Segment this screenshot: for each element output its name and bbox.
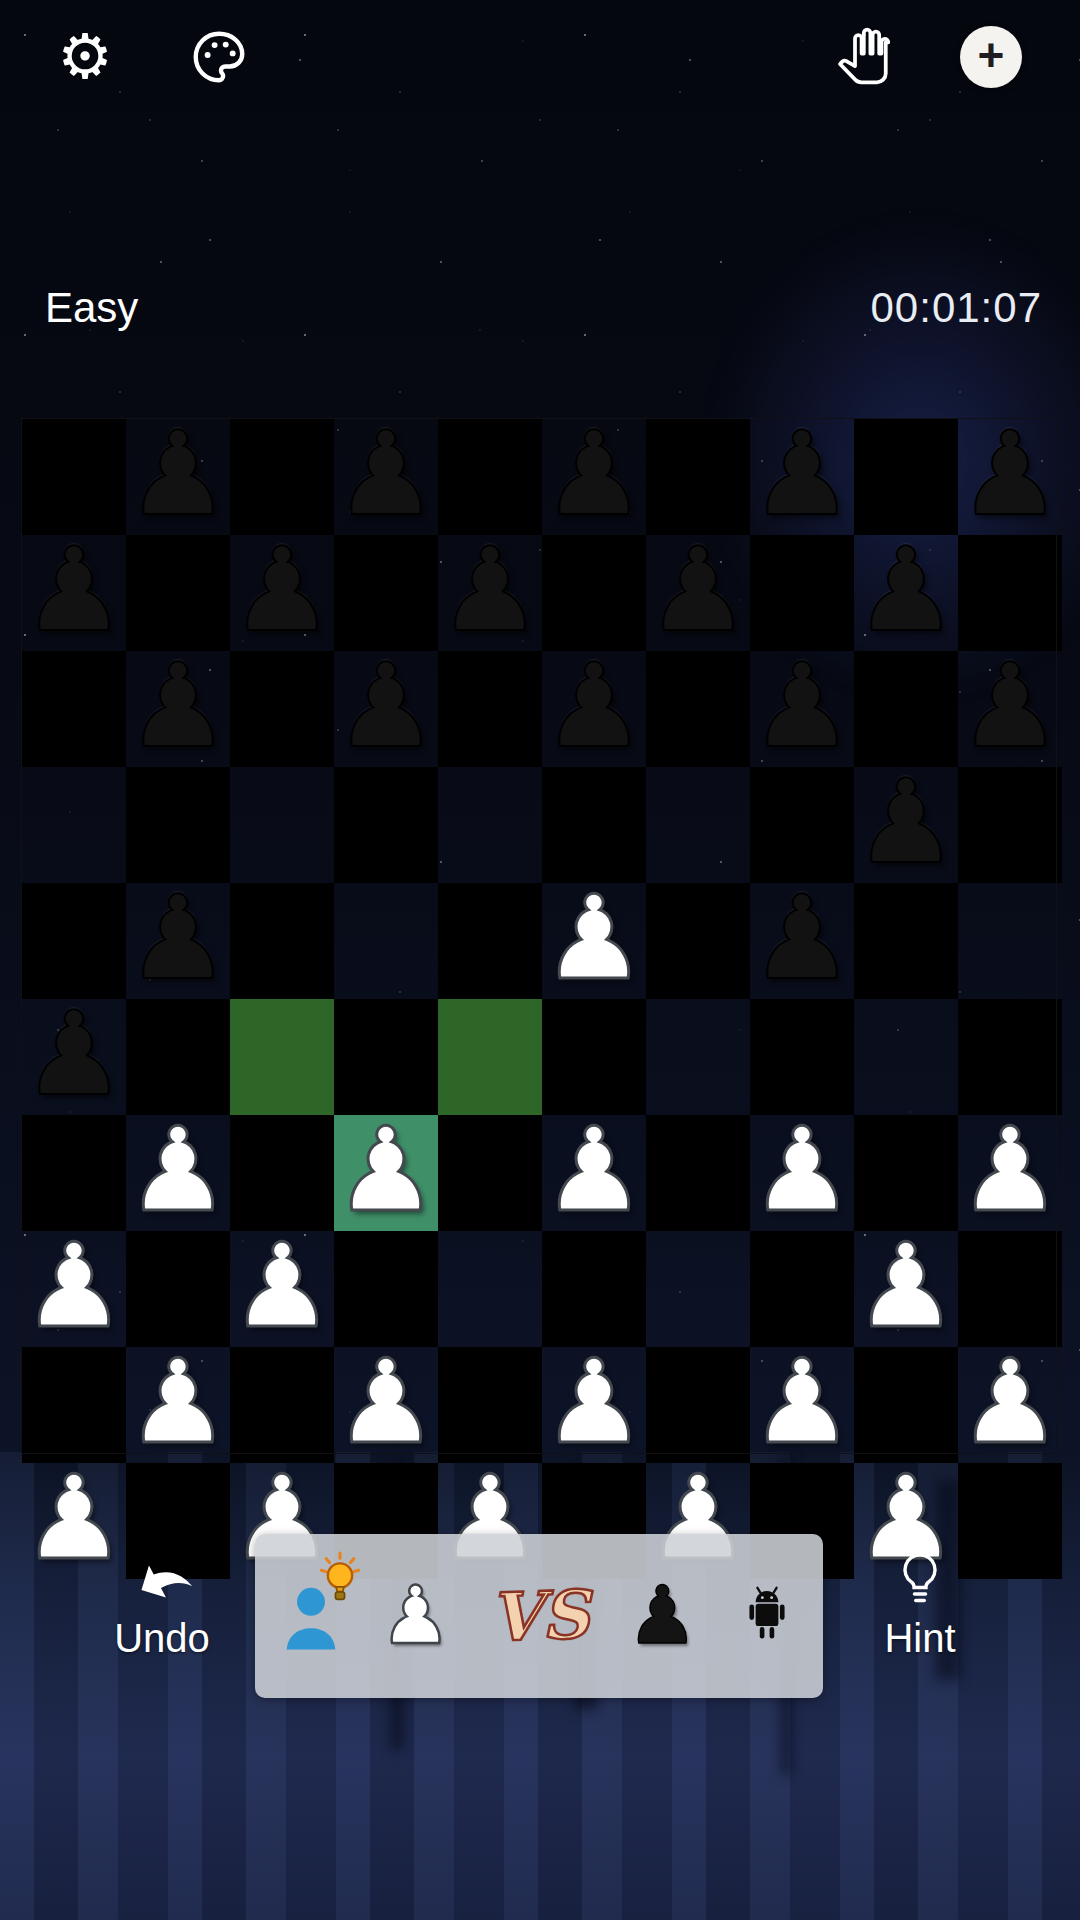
square-r1c4[interactable]: ♟ [438, 535, 542, 651]
square-r0c7[interactable]: ♟ [750, 419, 854, 535]
square-r6c2[interactable] [230, 1115, 334, 1231]
black-pawn: ♟ [958, 648, 1062, 764]
square-r1c3[interactable] [334, 535, 438, 651]
square-r8c1[interactable]: ♟ [126, 1347, 230, 1463]
square-r8c5[interactable]: ♟ [542, 1347, 646, 1463]
square-r7c0[interactable]: ♟ [22, 1231, 126, 1347]
white-pawn: ♟ [750, 1344, 854, 1460]
square-r1c1[interactable] [126, 535, 230, 651]
square-r5c7[interactable] [750, 999, 854, 1115]
square-r3c3[interactable] [334, 767, 438, 883]
black-pawn: ♟ [334, 648, 438, 764]
black-pawn: ♟ [750, 880, 854, 996]
square-r7c6[interactable] [646, 1231, 750, 1347]
square-r8c3[interactable]: ♟ [334, 1347, 438, 1463]
square-r4c8[interactable] [854, 883, 958, 999]
square-r5c2[interactable] [230, 999, 334, 1115]
square-r4c9[interactable] [958, 883, 1062, 999]
hint-button[interactable]: Hint [850, 1548, 990, 1661]
square-r0c9[interactable]: ♟ [958, 419, 1062, 535]
plus-glyph: + [978, 32, 1005, 78]
vs-label: VS [488, 1575, 590, 1656]
square-r8c7[interactable]: ♟ [750, 1347, 854, 1463]
white-pawn: ♟ [958, 1344, 1062, 1460]
black-pawn: ♟ [22, 996, 126, 1112]
square-r0c2[interactable] [230, 419, 334, 535]
undo-button[interactable]: Undo [92, 1548, 232, 1661]
square-r3c6[interactable] [646, 767, 750, 883]
square-r2c5[interactable]: ♟ [542, 651, 646, 767]
square-r6c3[interactable]: ♟ [334, 1115, 438, 1231]
square-r4c5[interactable]: ♟ [542, 883, 646, 999]
square-r4c7[interactable]: ♟ [750, 883, 854, 999]
hint-lightbulb-icon [894, 1548, 946, 1612]
square-r7c5[interactable] [542, 1231, 646, 1347]
android-icon [736, 1581, 798, 1651]
black-pawn: ♟ [126, 416, 230, 532]
white-pawn: ♟ [542, 1344, 646, 1460]
square-r3c8[interactable]: ♟ [854, 767, 958, 883]
white-pawn: ♟ [126, 1344, 230, 1460]
square-r5c6[interactable] [646, 999, 750, 1115]
board: ♟♟♟♟♟♟♟♟♟♟♟♟♟♟♟♟♟♟♟♟♟♟♟♟♟♟♟♟♟♟♟♟♟♟♟♟♟♟ [22, 419, 1056, 1453]
black-pawn: ♟ [22, 532, 126, 648]
square-r5c5[interactable] [542, 999, 646, 1115]
black-pawn: ♟ [750, 416, 854, 532]
square-r6c4[interactable] [438, 1115, 542, 1231]
square-r8c4[interactable] [438, 1347, 542, 1463]
new-game-plus-icon[interactable]: + [960, 26, 1022, 88]
square-r6c5[interactable]: ♟ [542, 1115, 646, 1231]
square-r8c8[interactable] [854, 1347, 958, 1463]
square-r5c0[interactable]: ♟ [22, 999, 126, 1115]
square-r1c8[interactable]: ♟ [854, 535, 958, 651]
square-r6c8[interactable] [854, 1115, 958, 1231]
white-pawn: ♟ [334, 1344, 438, 1460]
black-pawn: ♟ [958, 416, 1062, 532]
square-r1c0[interactable]: ♟ [22, 535, 126, 651]
white-pawn: ♟ [854, 1228, 958, 1344]
square-r6c6[interactable] [646, 1115, 750, 1231]
black-pawn: ♟ [438, 532, 542, 648]
black-pawn: ♟ [646, 532, 750, 648]
square-r8c0[interactable] [22, 1347, 126, 1463]
black-pawn: ♟ [126, 880, 230, 996]
black-pawn: ♟ [542, 416, 646, 532]
square-r4c0[interactable] [22, 883, 126, 999]
white-pawn: ♟ [958, 1112, 1062, 1228]
square-r2c0[interactable] [22, 651, 126, 767]
square-r1c5[interactable] [542, 535, 646, 651]
square-r0c1[interactable]: ♟ [126, 419, 230, 535]
square-r3c4[interactable] [438, 767, 542, 883]
square-r6c9[interactable]: ♟ [958, 1115, 1062, 1231]
black-pawn: ♟ [230, 532, 334, 648]
square-r1c2[interactable]: ♟ [230, 535, 334, 651]
black-pawn: ♟ [542, 648, 646, 764]
black-pawn: ♟ [126, 648, 230, 764]
square-r3c5[interactable] [542, 767, 646, 883]
white-pawn: ♟ [542, 880, 646, 996]
difficulty-label: Easy [45, 284, 138, 332]
square-r3c0[interactable] [22, 767, 126, 883]
square-r1c9[interactable] [958, 535, 1062, 651]
square-r6c1[interactable]: ♟ [126, 1115, 230, 1231]
square-r2c3[interactable]: ♟ [334, 651, 438, 767]
hint-bulb-icon [314, 1550, 366, 1608]
square-r5c8[interactable] [854, 999, 958, 1115]
square-r3c9[interactable] [958, 767, 1062, 883]
black-pawn-icon: ♟ [626, 1576, 698, 1656]
square-r7c1[interactable] [126, 1231, 230, 1347]
square-r7c9[interactable] [958, 1231, 1062, 1347]
square-r8c9[interactable]: ♟ [958, 1347, 1062, 1463]
black-pawn: ♟ [854, 764, 958, 880]
square-r0c4[interactable] [438, 419, 542, 535]
square-r4c4[interactable] [438, 883, 542, 999]
settings-gear-icon[interactable]: ⚙ [52, 24, 118, 90]
square-r7c7[interactable] [750, 1231, 854, 1347]
game-timer: 00:01:07 [871, 284, 1043, 332]
white-pawn: ♟ [230, 1228, 334, 1344]
black-pawn: ♟ [854, 532, 958, 648]
square-r4c6[interactable] [646, 883, 750, 999]
square-r7c8[interactable]: ♟ [854, 1231, 958, 1347]
white-pawn: ♟ [334, 1112, 438, 1228]
black-pawn: ♟ [334, 416, 438, 532]
square-r0c6[interactable] [646, 419, 750, 535]
square-r2c8[interactable] [854, 651, 958, 767]
square-r4c1[interactable]: ♟ [126, 883, 230, 999]
square-r5c9[interactable] [958, 999, 1062, 1115]
square-r0c5[interactable]: ♟ [542, 419, 646, 535]
square-r6c0[interactable] [22, 1115, 126, 1231]
square-r1c7[interactable] [750, 535, 854, 651]
hint-label: Hint [884, 1616, 955, 1661]
square-r0c3[interactable]: ♟ [334, 419, 438, 535]
square-r7c4[interactable] [438, 1231, 542, 1347]
white-pawn: ♟ [542, 1112, 646, 1228]
matchup-panel: ♟ VS ♟ [255, 1534, 823, 1698]
square-r1c6[interactable]: ♟ [646, 535, 750, 651]
square-r7c3[interactable] [334, 1231, 438, 1347]
square-r5c1[interactable] [126, 999, 230, 1115]
square-r5c3[interactable] [334, 999, 438, 1115]
square-r2c2[interactable] [230, 651, 334, 767]
square-r3c7[interactable] [750, 767, 854, 883]
square-r7c2[interactable]: ♟ [230, 1231, 334, 1347]
square-r8c6[interactable] [646, 1347, 750, 1463]
square-r2c7[interactable]: ♟ [750, 651, 854, 767]
square-r2c6[interactable] [646, 651, 750, 767]
theme-palette-icon[interactable] [188, 26, 250, 88]
undo-label: Undo [114, 1616, 210, 1661]
square-r2c9[interactable]: ♟ [958, 651, 1062, 767]
white-pawn-icon: ♟ [380, 1576, 452, 1656]
square-r3c2[interactable] [230, 767, 334, 883]
square-r4c3[interactable] [334, 883, 438, 999]
square-r2c4[interactable] [438, 651, 542, 767]
square-r2c1[interactable]: ♟ [126, 651, 230, 767]
player-indicator [280, 1576, 342, 1656]
square-r8c2[interactable] [230, 1347, 334, 1463]
white-pawn: ♟ [750, 1112, 854, 1228]
white-pawn: ♟ [22, 1228, 126, 1344]
undo-arrow-icon [118, 1536, 205, 1622]
square-r4c2[interactable] [230, 883, 334, 999]
square-r6c7[interactable]: ♟ [750, 1115, 854, 1231]
black-pawn: ♟ [750, 648, 854, 764]
square-r0c8[interactable] [854, 419, 958, 535]
square-r5c4[interactable] [438, 999, 542, 1115]
pause-hand-icon[interactable] [830, 22, 894, 90]
square-r3c1[interactable] [126, 767, 230, 883]
square-r0c0[interactable] [22, 419, 126, 535]
white-pawn: ♟ [126, 1112, 230, 1228]
